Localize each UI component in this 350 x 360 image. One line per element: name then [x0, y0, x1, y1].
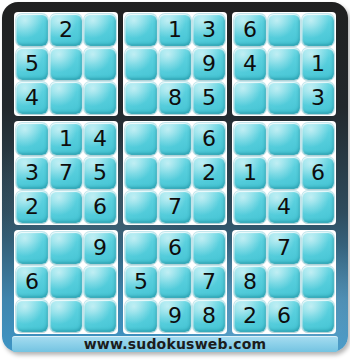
website-url[interactable]: www.sudokusweb.com — [84, 337, 267, 351]
cell-r1c4[interactable] — [125, 14, 157, 46]
cell-r2c8[interactable] — [268, 48, 300, 80]
cell-r3c4[interactable] — [125, 82, 157, 114]
cell-r4c8[interactable] — [268, 123, 300, 155]
cell-r6c8[interactable]: 4 — [268, 191, 300, 223]
cell-r3c1[interactable]: 4 — [16, 82, 48, 114]
cell-r9c6[interactable]: 8 — [193, 300, 225, 332]
box-2-1: 1437526 — [14, 121, 118, 225]
cell-r2c6[interactable]: 9 — [193, 48, 225, 80]
cell-r6c5[interactable]: 7 — [159, 191, 191, 223]
sudoku-board: 254139856413143752662716496657987826 www… — [2, 2, 348, 352]
cell-r6c4[interactable] — [125, 191, 157, 223]
cell-r3c5[interactable]: 8 — [159, 82, 191, 114]
cell-r1c2[interactable]: 2 — [50, 14, 82, 46]
cell-r2c1[interactable]: 5 — [16, 48, 48, 80]
cell-r7c3[interactable]: 9 — [84, 232, 116, 264]
cell-r4c2[interactable]: 1 — [50, 123, 82, 155]
cell-r9c7[interactable]: 2 — [234, 300, 266, 332]
cell-r5c8[interactable] — [268, 157, 300, 189]
cell-r5c4[interactable] — [125, 157, 157, 189]
cell-r9c4[interactable] — [125, 300, 157, 332]
cell-r7c5[interactable]: 6 — [159, 232, 191, 264]
cell-r1c1[interactable] — [16, 14, 48, 46]
cell-r3c2[interactable] — [50, 82, 82, 114]
cell-r7c2[interactable] — [50, 232, 82, 264]
cell-r4c4[interactable] — [125, 123, 157, 155]
box-2-3: 164 — [232, 121, 336, 225]
cell-r1c9[interactable] — [302, 14, 334, 46]
cell-r5c9[interactable]: 6 — [302, 157, 334, 189]
cell-r8c7[interactable]: 8 — [234, 266, 266, 298]
cell-r7c7[interactable] — [234, 232, 266, 264]
cell-r6c7[interactable] — [234, 191, 266, 223]
box-3-2: 65798 — [123, 230, 227, 334]
cell-r1c5[interactable]: 1 — [159, 14, 191, 46]
cell-r4c9[interactable] — [302, 123, 334, 155]
box-3-1: 96 — [14, 230, 118, 334]
cell-r2c3[interactable] — [84, 48, 116, 80]
cell-r7c9[interactable] — [302, 232, 334, 264]
cell-r9c1[interactable] — [16, 300, 48, 332]
cell-r8c3[interactable] — [84, 266, 116, 298]
cell-r9c8[interactable]: 6 — [268, 300, 300, 332]
cell-r7c4[interactable] — [125, 232, 157, 264]
cell-r5c7[interactable]: 1 — [234, 157, 266, 189]
box-1-2: 13985 — [123, 12, 227, 116]
cell-r8c8[interactable] — [268, 266, 300, 298]
footer-strip: www.sudokusweb.com — [12, 336, 338, 352]
cell-r2c2[interactable] — [50, 48, 82, 80]
cell-r6c6[interactable] — [193, 191, 225, 223]
cell-r9c5[interactable]: 9 — [159, 300, 191, 332]
cell-r7c8[interactable]: 7 — [268, 232, 300, 264]
cell-r4c6[interactable]: 6 — [193, 123, 225, 155]
cell-r4c7[interactable] — [234, 123, 266, 155]
cell-r4c5[interactable] — [159, 123, 191, 155]
cell-r8c5[interactable] — [159, 266, 191, 298]
cell-r8c2[interactable] — [50, 266, 82, 298]
cell-r9c3[interactable] — [84, 300, 116, 332]
cell-r2c9[interactable]: 1 — [302, 48, 334, 80]
cell-r2c7[interactable]: 4 — [234, 48, 266, 80]
cell-r8c6[interactable]: 7 — [193, 266, 225, 298]
cell-r5c1[interactable]: 3 — [16, 157, 48, 189]
cell-r8c1[interactable]: 6 — [16, 266, 48, 298]
cell-r6c1[interactable]: 2 — [16, 191, 48, 223]
cell-r8c4[interactable]: 5 — [125, 266, 157, 298]
cell-r7c1[interactable] — [16, 232, 48, 264]
cell-r9c9[interactable] — [302, 300, 334, 332]
boxes: 254139856413143752662716496657987826 — [14, 12, 336, 334]
cell-r5c2[interactable]: 7 — [50, 157, 82, 189]
cell-r9c2[interactable] — [50, 300, 82, 332]
cell-r5c6[interactable]: 2 — [193, 157, 225, 189]
cell-r3c7[interactable] — [234, 82, 266, 114]
cell-r1c8[interactable] — [268, 14, 300, 46]
cell-r1c7[interactable]: 6 — [234, 14, 266, 46]
cell-r5c5[interactable] — [159, 157, 191, 189]
cell-r3c6[interactable]: 5 — [193, 82, 225, 114]
cell-r3c3[interactable] — [84, 82, 116, 114]
cell-r4c1[interactable] — [16, 123, 48, 155]
cell-r6c3[interactable]: 6 — [84, 191, 116, 223]
cell-r8c9[interactable] — [302, 266, 334, 298]
box-1-3: 6413 — [232, 12, 336, 116]
cell-r2c5[interactable] — [159, 48, 191, 80]
cell-r4c3[interactable]: 4 — [84, 123, 116, 155]
cell-r7c6[interactable] — [193, 232, 225, 264]
cell-r2c4[interactable] — [125, 48, 157, 80]
cell-r5c3[interactable]: 5 — [84, 157, 116, 189]
box-2-2: 627 — [123, 121, 227, 225]
cell-r1c3[interactable] — [84, 14, 116, 46]
cell-r6c9[interactable] — [302, 191, 334, 223]
box-3-3: 7826 — [232, 230, 336, 334]
cell-r3c9[interactable]: 3 — [302, 82, 334, 114]
box-1-1: 254 — [14, 12, 118, 116]
cell-r6c2[interactable] — [50, 191, 82, 223]
cell-r3c8[interactable] — [268, 82, 300, 114]
cell-r1c6[interactable]: 3 — [193, 14, 225, 46]
